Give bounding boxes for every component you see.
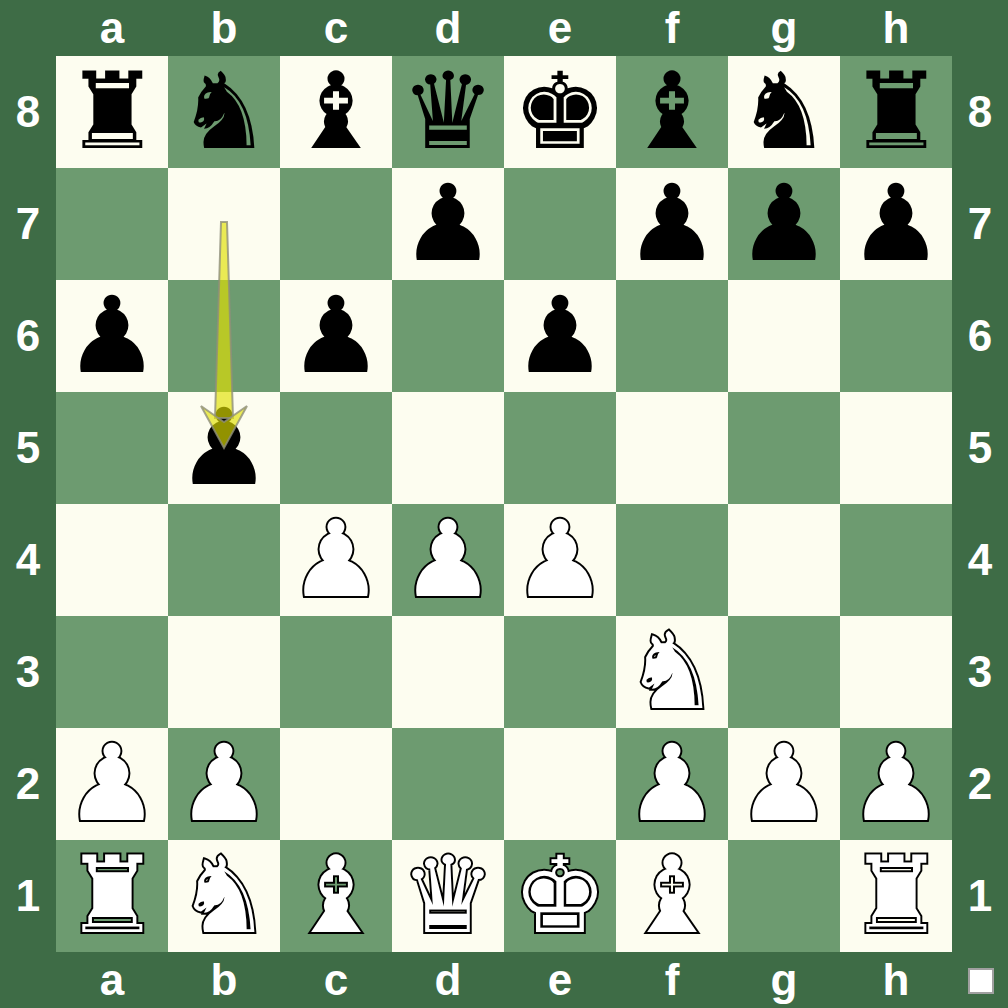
- rank-label-right-6: 6: [952, 280, 1008, 392]
- square-b4[interactable]: [168, 504, 280, 616]
- piece-black-pawn: ♟: [512, 280, 607, 392]
- piece-black-queen: ♛: [400, 56, 495, 168]
- piece-white-knight: ♞: [176, 840, 271, 952]
- square-g3[interactable]: [728, 616, 840, 728]
- piece-white-pawn: ♟: [848, 728, 943, 840]
- square-b6[interactable]: [168, 280, 280, 392]
- piece-white-bishop: ♝: [624, 840, 719, 952]
- square-h6[interactable]: [840, 280, 952, 392]
- file-label-top-g: g: [728, 0, 840, 56]
- square-f4[interactable]: [616, 504, 728, 616]
- rank-label-right-1: 1: [952, 840, 1008, 952]
- square-a5[interactable]: [56, 392, 168, 504]
- piece-black-rook: ♜: [64, 56, 159, 168]
- rank-label-right-2: 2: [952, 728, 1008, 840]
- square-d8[interactable]: ♛: [392, 56, 504, 168]
- turn-indicator: [968, 968, 994, 994]
- square-h1[interactable]: ♜: [840, 840, 952, 952]
- square-b5[interactable]: ♟: [168, 392, 280, 504]
- square-c3[interactable]: [280, 616, 392, 728]
- square-c7[interactable]: [280, 168, 392, 280]
- file-label-bottom-g: g: [728, 952, 840, 1008]
- piece-black-king: ♚: [512, 56, 607, 168]
- piece-black-bishop: ♝: [624, 56, 719, 168]
- rank-label-right-5: 5: [952, 392, 1008, 504]
- piece-black-knight: ♞: [176, 56, 271, 168]
- piece-black-pawn: ♟: [288, 280, 383, 392]
- square-b7[interactable]: [168, 168, 280, 280]
- file-label-top-f: f: [616, 0, 728, 56]
- square-a2[interactable]: ♟: [56, 728, 168, 840]
- piece-black-pawn: ♟: [400, 168, 495, 280]
- square-d6[interactable]: [392, 280, 504, 392]
- board-grid: ♜♞♝♛♚♝♞♜♟♟♟♟♟♟♟♟♟♟♟♞♟♟♟♟♟♜♞♝♛♚♝♜: [56, 56, 952, 952]
- piece-white-pawn: ♟: [288, 504, 383, 616]
- square-c5[interactable]: [280, 392, 392, 504]
- square-a8[interactable]: ♜: [56, 56, 168, 168]
- rank-label-left-3: 3: [0, 616, 56, 728]
- square-d4[interactable]: ♟: [392, 504, 504, 616]
- file-label-bottom-f: f: [616, 952, 728, 1008]
- square-e3[interactable]: [504, 616, 616, 728]
- square-c1[interactable]: ♝: [280, 840, 392, 952]
- square-e2[interactable]: [504, 728, 616, 840]
- file-label-top-h: h: [840, 0, 952, 56]
- square-a3[interactable]: [56, 616, 168, 728]
- rank-label-left-7: 7: [0, 168, 56, 280]
- piece-white-pawn: ♟: [64, 728, 159, 840]
- square-e5[interactable]: [504, 392, 616, 504]
- file-label-top-d: d: [392, 0, 504, 56]
- piece-black-pawn: ♟: [64, 280, 159, 392]
- file-labels-top: abcdefgh: [56, 0, 952, 56]
- piece-white-pawn: ♟: [736, 728, 831, 840]
- file-label-bottom-d: d: [392, 952, 504, 1008]
- square-g8[interactable]: ♞: [728, 56, 840, 168]
- square-e7[interactable]: [504, 168, 616, 280]
- square-f1[interactable]: ♝: [616, 840, 728, 952]
- piece-white-bishop: ♝: [288, 840, 383, 952]
- square-e8[interactable]: ♚: [504, 56, 616, 168]
- rank-label-left-2: 2: [0, 728, 56, 840]
- file-label-top-c: c: [280, 0, 392, 56]
- square-e6[interactable]: ♟: [504, 280, 616, 392]
- file-label-top-a: a: [56, 0, 168, 56]
- square-h7[interactable]: ♟: [840, 168, 952, 280]
- square-c2[interactable]: [280, 728, 392, 840]
- square-g2[interactable]: ♟: [728, 728, 840, 840]
- file-label-top-e: e: [504, 0, 616, 56]
- square-h5[interactable]: [840, 392, 952, 504]
- piece-black-pawn: ♟: [736, 168, 831, 280]
- square-a6[interactable]: ♟: [56, 280, 168, 392]
- square-f5[interactable]: [616, 392, 728, 504]
- rank-label-left-5: 5: [0, 392, 56, 504]
- rank-label-left-6: 6: [0, 280, 56, 392]
- rank-label-left-8: 8: [0, 56, 56, 168]
- piece-black-pawn: ♟: [176, 392, 271, 504]
- square-g6[interactable]: [728, 280, 840, 392]
- square-c8[interactable]: ♝: [280, 56, 392, 168]
- piece-black-bishop: ♝: [288, 56, 383, 168]
- file-label-bottom-h: h: [840, 952, 952, 1008]
- square-h8[interactable]: ♜: [840, 56, 952, 168]
- piece-white-knight: ♞: [624, 616, 719, 728]
- piece-black-pawn: ♟: [624, 168, 719, 280]
- square-f2[interactable]: ♟: [616, 728, 728, 840]
- piece-black-rook: ♜: [848, 56, 943, 168]
- rank-label-left-4: 4: [0, 504, 56, 616]
- square-g5[interactable]: [728, 392, 840, 504]
- rank-labels-left: 87654321: [0, 56, 56, 952]
- chess-board: abcdefgh abcdefgh 87654321 87654321 ♜♞♝♛…: [0, 0, 1008, 1008]
- square-b2[interactable]: ♟: [168, 728, 280, 840]
- square-b1[interactable]: ♞: [168, 840, 280, 952]
- square-d1[interactable]: ♛: [392, 840, 504, 952]
- file-label-bottom-a: a: [56, 952, 168, 1008]
- square-g4[interactable]: [728, 504, 840, 616]
- square-d5[interactable]: [392, 392, 504, 504]
- square-h2[interactable]: ♟: [840, 728, 952, 840]
- square-g7[interactable]: ♟: [728, 168, 840, 280]
- rank-labels-right: 87654321: [952, 56, 1008, 952]
- piece-white-pawn: ♟: [512, 504, 607, 616]
- square-d7[interactable]: ♟: [392, 168, 504, 280]
- square-a7[interactable]: [56, 168, 168, 280]
- square-g1[interactable]: [728, 840, 840, 952]
- piece-white-pawn: ♟: [176, 728, 271, 840]
- square-b8[interactable]: ♞: [168, 56, 280, 168]
- file-label-top-b: b: [168, 0, 280, 56]
- piece-white-queen: ♛: [400, 840, 495, 952]
- square-e1[interactable]: ♚: [504, 840, 616, 952]
- file-label-bottom-e: e: [504, 952, 616, 1008]
- file-labels-bottom: abcdefgh: [56, 952, 952, 1008]
- piece-white-pawn: ♟: [400, 504, 495, 616]
- square-f8[interactable]: ♝: [616, 56, 728, 168]
- rank-label-right-4: 4: [952, 504, 1008, 616]
- piece-white-pawn: ♟: [624, 728, 719, 840]
- square-a1[interactable]: ♜: [56, 840, 168, 952]
- square-d2[interactable]: [392, 728, 504, 840]
- rank-label-right-7: 7: [952, 168, 1008, 280]
- square-h4[interactable]: [840, 504, 952, 616]
- piece-white-rook: ♜: [848, 840, 943, 952]
- piece-black-pawn: ♟: [848, 168, 943, 280]
- square-c4[interactable]: ♟: [280, 504, 392, 616]
- square-e4[interactable]: ♟: [504, 504, 616, 616]
- piece-white-king: ♚: [512, 840, 607, 952]
- square-c6[interactable]: ♟: [280, 280, 392, 392]
- rank-label-right-3: 3: [952, 616, 1008, 728]
- rank-label-right-8: 8: [952, 56, 1008, 168]
- file-label-bottom-b: b: [168, 952, 280, 1008]
- square-h3[interactable]: [840, 616, 952, 728]
- square-f7[interactable]: ♟: [616, 168, 728, 280]
- square-a4[interactable]: [56, 504, 168, 616]
- piece-white-rook: ♜: [64, 840, 159, 952]
- square-d3[interactable]: [392, 616, 504, 728]
- square-f6[interactable]: [616, 280, 728, 392]
- piece-black-knight: ♞: [736, 56, 831, 168]
- square-f3[interactable]: ♞: [616, 616, 728, 728]
- file-label-bottom-c: c: [280, 952, 392, 1008]
- square-b3[interactable]: [168, 616, 280, 728]
- rank-label-left-1: 1: [0, 840, 56, 952]
